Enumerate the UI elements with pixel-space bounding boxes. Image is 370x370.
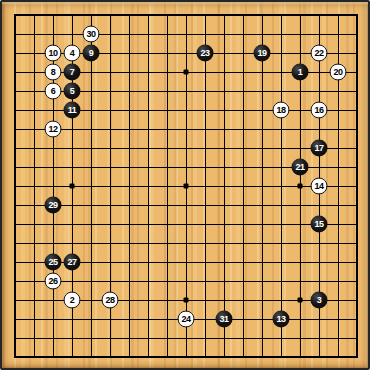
grid-line-vertical [262, 16, 263, 356]
stone-black-19: 19 [254, 45, 271, 62]
stone-black-27: 27 [64, 254, 81, 271]
stone-black-23: 23 [197, 45, 214, 62]
stone-white-24: 24 [178, 311, 195, 328]
stone-black-7: 7 [64, 64, 81, 81]
stone-white-4: 4 [64, 45, 81, 62]
grid-line-vertical [243, 16, 244, 356]
star-point [184, 298, 189, 303]
grid-line-horizontal [16, 338, 356, 339]
stone-white-10: 10 [45, 45, 62, 62]
stone-black-25: 25 [45, 254, 62, 271]
stone-white-28: 28 [102, 292, 119, 309]
grid-line-horizontal [16, 281, 356, 282]
stone-black-5: 5 [64, 83, 81, 100]
grid-line-horizontal [16, 224, 356, 225]
go-board-frame: 1234567891011121314151617181920212223242… [0, 0, 370, 370]
grid-line-vertical [205, 16, 206, 356]
stone-white-8: 8 [45, 64, 62, 81]
go-board: 1234567891011121314151617181920212223242… [2, 2, 370, 370]
grid-line-vertical [281, 16, 282, 356]
grid-line-horizontal [16, 205, 356, 206]
stone-white-22: 22 [311, 45, 328, 62]
star-point [70, 184, 75, 189]
stone-white-20: 20 [330, 64, 347, 81]
grid-line-horizontal [16, 243, 356, 244]
star-point [184, 70, 189, 75]
stone-white-26: 26 [45, 273, 62, 290]
stone-black-3: 3 [311, 292, 328, 309]
stone-black-11: 11 [64, 102, 81, 119]
stone-black-21: 21 [292, 159, 309, 176]
star-point [298, 184, 303, 189]
stone-black-29: 29 [45, 197, 62, 214]
stone-white-14: 14 [311, 178, 328, 195]
star-point [184, 184, 189, 189]
stone-white-18: 18 [273, 102, 290, 119]
stone-white-2: 2 [64, 292, 81, 309]
stone-white-30: 30 [83, 26, 100, 43]
stone-black-31: 31 [216, 311, 233, 328]
stone-black-9: 9 [83, 45, 100, 62]
stone-white-6: 6 [45, 83, 62, 100]
stone-black-17: 17 [311, 140, 328, 157]
stone-black-13: 13 [273, 311, 290, 328]
stone-white-16: 16 [311, 102, 328, 119]
stone-black-1: 1 [292, 64, 309, 81]
grid-line-vertical [224, 16, 225, 356]
stone-white-12: 12 [45, 121, 62, 138]
star-point [298, 298, 303, 303]
stone-black-15: 15 [311, 216, 328, 233]
